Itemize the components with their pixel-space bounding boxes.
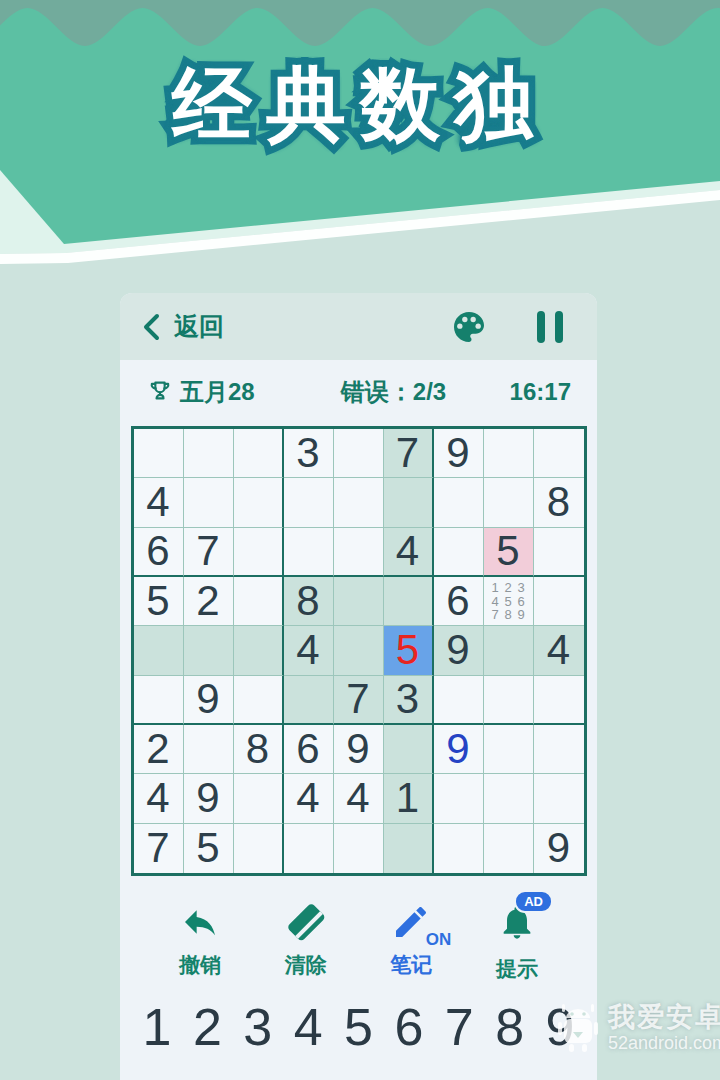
sudoku-cell[interactable]: 6 bbox=[284, 725, 334, 774]
sudoku-cell[interactable]: 7 bbox=[334, 676, 384, 725]
watermark: 我爱安卓 52android.com bbox=[556, 1002, 720, 1054]
sudoku-cell[interactable]: 8 bbox=[234, 725, 284, 774]
sudoku-cell[interactable] bbox=[184, 429, 234, 478]
sudoku-cell[interactable] bbox=[234, 528, 284, 577]
sudoku-cell[interactable] bbox=[434, 774, 484, 823]
game-card: 返回 bbox=[120, 293, 597, 1080]
back-chevron-icon bbox=[140, 312, 164, 342]
sudoku-cell[interactable] bbox=[534, 429, 584, 478]
sudoku-cell[interactable]: 4 bbox=[134, 774, 184, 823]
sudoku-cell[interactable] bbox=[284, 478, 334, 527]
sudoku-cell[interactable]: 2 bbox=[184, 577, 234, 626]
timer-label: 16:17 bbox=[491, 378, 571, 406]
palette-icon[interactable] bbox=[449, 307, 489, 347]
sudoku-board: 3794867455286123456789459497328699494417… bbox=[131, 426, 587, 876]
sudoku-cell[interactable] bbox=[334, 824, 384, 873]
sudoku-cell[interactable]: 4 bbox=[284, 774, 334, 823]
sudoku-cell[interactable] bbox=[534, 528, 584, 577]
sudoku-cell[interactable] bbox=[184, 725, 234, 774]
sudoku-cell[interactable] bbox=[384, 725, 434, 774]
sudoku-cell[interactable]: 7 bbox=[184, 528, 234, 577]
sudoku-cell[interactable] bbox=[234, 774, 284, 823]
daily-challenge: 五月28 bbox=[146, 376, 296, 408]
watermark-domain: 52android.com bbox=[608, 1033, 720, 1054]
numberpad-key-3[interactable]: 3 bbox=[235, 999, 281, 1056]
sudoku-cell[interactable] bbox=[234, 577, 284, 626]
sudoku-cell[interactable]: 7 bbox=[134, 824, 184, 873]
card-header: 返回 bbox=[120, 293, 597, 360]
sudoku-cell[interactable]: 7 bbox=[384, 429, 434, 478]
sudoku-cell[interactable] bbox=[484, 429, 534, 478]
date-label: 五月28 bbox=[180, 376, 255, 408]
sudoku-cell[interactable] bbox=[384, 577, 434, 626]
sudoku-cell[interactable] bbox=[334, 528, 384, 577]
sudoku-cell[interactable] bbox=[484, 725, 534, 774]
sudoku-cell[interactable]: 6 bbox=[434, 577, 484, 626]
sudoku-cell[interactable] bbox=[234, 429, 284, 478]
sudoku-cell[interactable] bbox=[484, 478, 534, 527]
back-button[interactable]: 返回 bbox=[140, 310, 224, 343]
sudoku-cell[interactable] bbox=[284, 676, 334, 725]
undo-button[interactable]: 撤销 bbox=[158, 902, 242, 983]
sudoku-cell[interactable]: 3 bbox=[284, 429, 334, 478]
pencil-note-digit: 2 bbox=[502, 581, 515, 594]
notes-on-badge: ON bbox=[426, 930, 452, 950]
pencil-note-digit: 3 bbox=[515, 581, 528, 594]
sudoku-cell[interactable]: 6 bbox=[134, 528, 184, 577]
hint-label: 提示 bbox=[496, 955, 538, 983]
sudoku-cell[interactable] bbox=[234, 824, 284, 873]
sudoku-cell[interactable]: 9 bbox=[434, 725, 484, 774]
sudoku-cell[interactable]: 4 bbox=[134, 478, 184, 527]
sudoku-cell[interactable]: 5 bbox=[184, 824, 234, 873]
sudoku-cell[interactable]: 4 bbox=[384, 528, 434, 577]
numberpad-key-4[interactable]: 4 bbox=[285, 999, 331, 1056]
sudoku-cell[interactable] bbox=[434, 528, 484, 577]
erase-button[interactable]: 清除 bbox=[264, 902, 348, 983]
pencil-note-digit: 9 bbox=[515, 608, 528, 621]
notes-label: 笔记 bbox=[390, 951, 432, 979]
back-label: 返回 bbox=[174, 310, 224, 343]
sudoku-cell[interactable]: 3 bbox=[384, 676, 434, 725]
eraser-icon bbox=[284, 902, 328, 942]
numberpad-key-8[interactable]: 8 bbox=[487, 999, 533, 1056]
pencil-note-digit: 4 bbox=[489, 595, 502, 608]
sudoku-cell[interactable] bbox=[484, 774, 534, 823]
erase-label: 清除 bbox=[285, 951, 327, 979]
undo-icon bbox=[178, 902, 222, 942]
sudoku-cell[interactable] bbox=[334, 626, 384, 675]
numberpad-key-1[interactable]: 1 bbox=[134, 999, 180, 1056]
pause-icon[interactable] bbox=[535, 309, 565, 345]
sudoku-cell[interactable] bbox=[184, 626, 234, 675]
pencil-note-digit: 8 bbox=[502, 608, 515, 621]
android-robot-icon bbox=[556, 1002, 600, 1054]
sudoku-cell[interactable]: 9 bbox=[184, 774, 234, 823]
sudoku-cell[interactable] bbox=[434, 478, 484, 527]
sudoku-cell[interactable] bbox=[234, 676, 284, 725]
sudoku-cell[interactable]: 4 bbox=[284, 626, 334, 675]
sudoku-cell[interactable] bbox=[484, 824, 534, 873]
sudoku-cell[interactable]: 9 bbox=[184, 676, 234, 725]
sudoku-cell[interactable]: 123456789 bbox=[484, 577, 534, 626]
sudoku-cell[interactable] bbox=[334, 577, 384, 626]
number-pad: 123456789 bbox=[120, 983, 597, 1056]
status-row: 五月28 错误：2/3 16:17 bbox=[120, 360, 597, 424]
sudoku-cell[interactable]: 9 bbox=[334, 725, 384, 774]
pencil-note-digit: 1 bbox=[489, 581, 502, 594]
sudoku-cell[interactable] bbox=[334, 429, 384, 478]
sudoku-cell[interactable] bbox=[484, 676, 534, 725]
sudoku-cell[interactable]: 1 bbox=[384, 774, 434, 823]
sudoku-cell[interactable] bbox=[284, 528, 334, 577]
sudoku-cell[interactable]: 4 bbox=[334, 774, 384, 823]
sudoku-cell[interactable] bbox=[234, 478, 284, 527]
pencil-note-digit: 6 bbox=[515, 595, 528, 608]
sudoku-cell[interactable] bbox=[334, 478, 384, 527]
sudoku-cell[interactable] bbox=[134, 626, 184, 675]
sudoku-cell[interactable] bbox=[534, 774, 584, 823]
errors-label: 错误：2/3 bbox=[296, 376, 491, 408]
sudoku-cell[interactable] bbox=[534, 676, 584, 725]
numberpad-key-7[interactable]: 7 bbox=[436, 999, 482, 1056]
sudoku-cell[interactable]: 5 bbox=[384, 626, 434, 675]
toolbar: 撤销 清除 ON 笔记 bbox=[120, 876, 597, 983]
numberpad-key-5[interactable]: 5 bbox=[336, 999, 382, 1056]
sudoku-cell[interactable]: 5 bbox=[134, 577, 184, 626]
sudoku-cell[interactable] bbox=[434, 824, 484, 873]
app-screen: 经典数独 返回 bbox=[0, 0, 720, 1080]
sudoku-cell[interactable]: 9 bbox=[434, 429, 484, 478]
app-title: 经典数独 bbox=[0, 52, 720, 160]
pencil-note-digit: 7 bbox=[489, 608, 502, 621]
sudoku-cell[interactable] bbox=[184, 478, 234, 527]
trophy-icon bbox=[146, 378, 174, 406]
sudoku-cell[interactable] bbox=[384, 478, 434, 527]
sudoku-cell[interactable] bbox=[234, 626, 284, 675]
sudoku-cell[interactable]: 4 bbox=[534, 626, 584, 675]
sudoku-cell[interactable] bbox=[534, 577, 584, 626]
notes-button[interactable]: ON 笔记 bbox=[369, 902, 453, 983]
sudoku-cell[interactable] bbox=[134, 676, 184, 725]
ad-badge: AD bbox=[514, 890, 553, 913]
sudoku-cell[interactable]: 8 bbox=[284, 577, 334, 626]
numberpad-key-6[interactable]: 6 bbox=[386, 999, 432, 1056]
sudoku-cell[interactable]: 9 bbox=[534, 824, 584, 873]
sudoku-cell[interactable]: 8 bbox=[534, 478, 584, 527]
sudoku-cell[interactable]: 5 bbox=[484, 528, 534, 577]
sudoku-cell[interactable] bbox=[134, 429, 184, 478]
sudoku-cell[interactable] bbox=[534, 725, 584, 774]
numberpad-key-2[interactable]: 2 bbox=[184, 999, 230, 1056]
hint-button[interactable]: AD 提示 bbox=[475, 902, 559, 983]
pencil-note-digit: 5 bbox=[502, 595, 515, 608]
sudoku-cell[interactable] bbox=[484, 626, 534, 675]
sudoku-cell[interactable] bbox=[434, 676, 484, 725]
sudoku-cell[interactable]: 2 bbox=[134, 725, 184, 774]
sudoku-cell[interactable] bbox=[284, 824, 334, 873]
sudoku-cell[interactable]: 9 bbox=[434, 626, 484, 675]
watermark-title: 我爱安卓 bbox=[608, 1002, 720, 1033]
sudoku-cell[interactable] bbox=[384, 824, 434, 873]
undo-label: 撤销 bbox=[179, 951, 221, 979]
wave-decoration bbox=[0, 0, 720, 58]
title-banner: 经典数独 bbox=[0, 0, 720, 250]
